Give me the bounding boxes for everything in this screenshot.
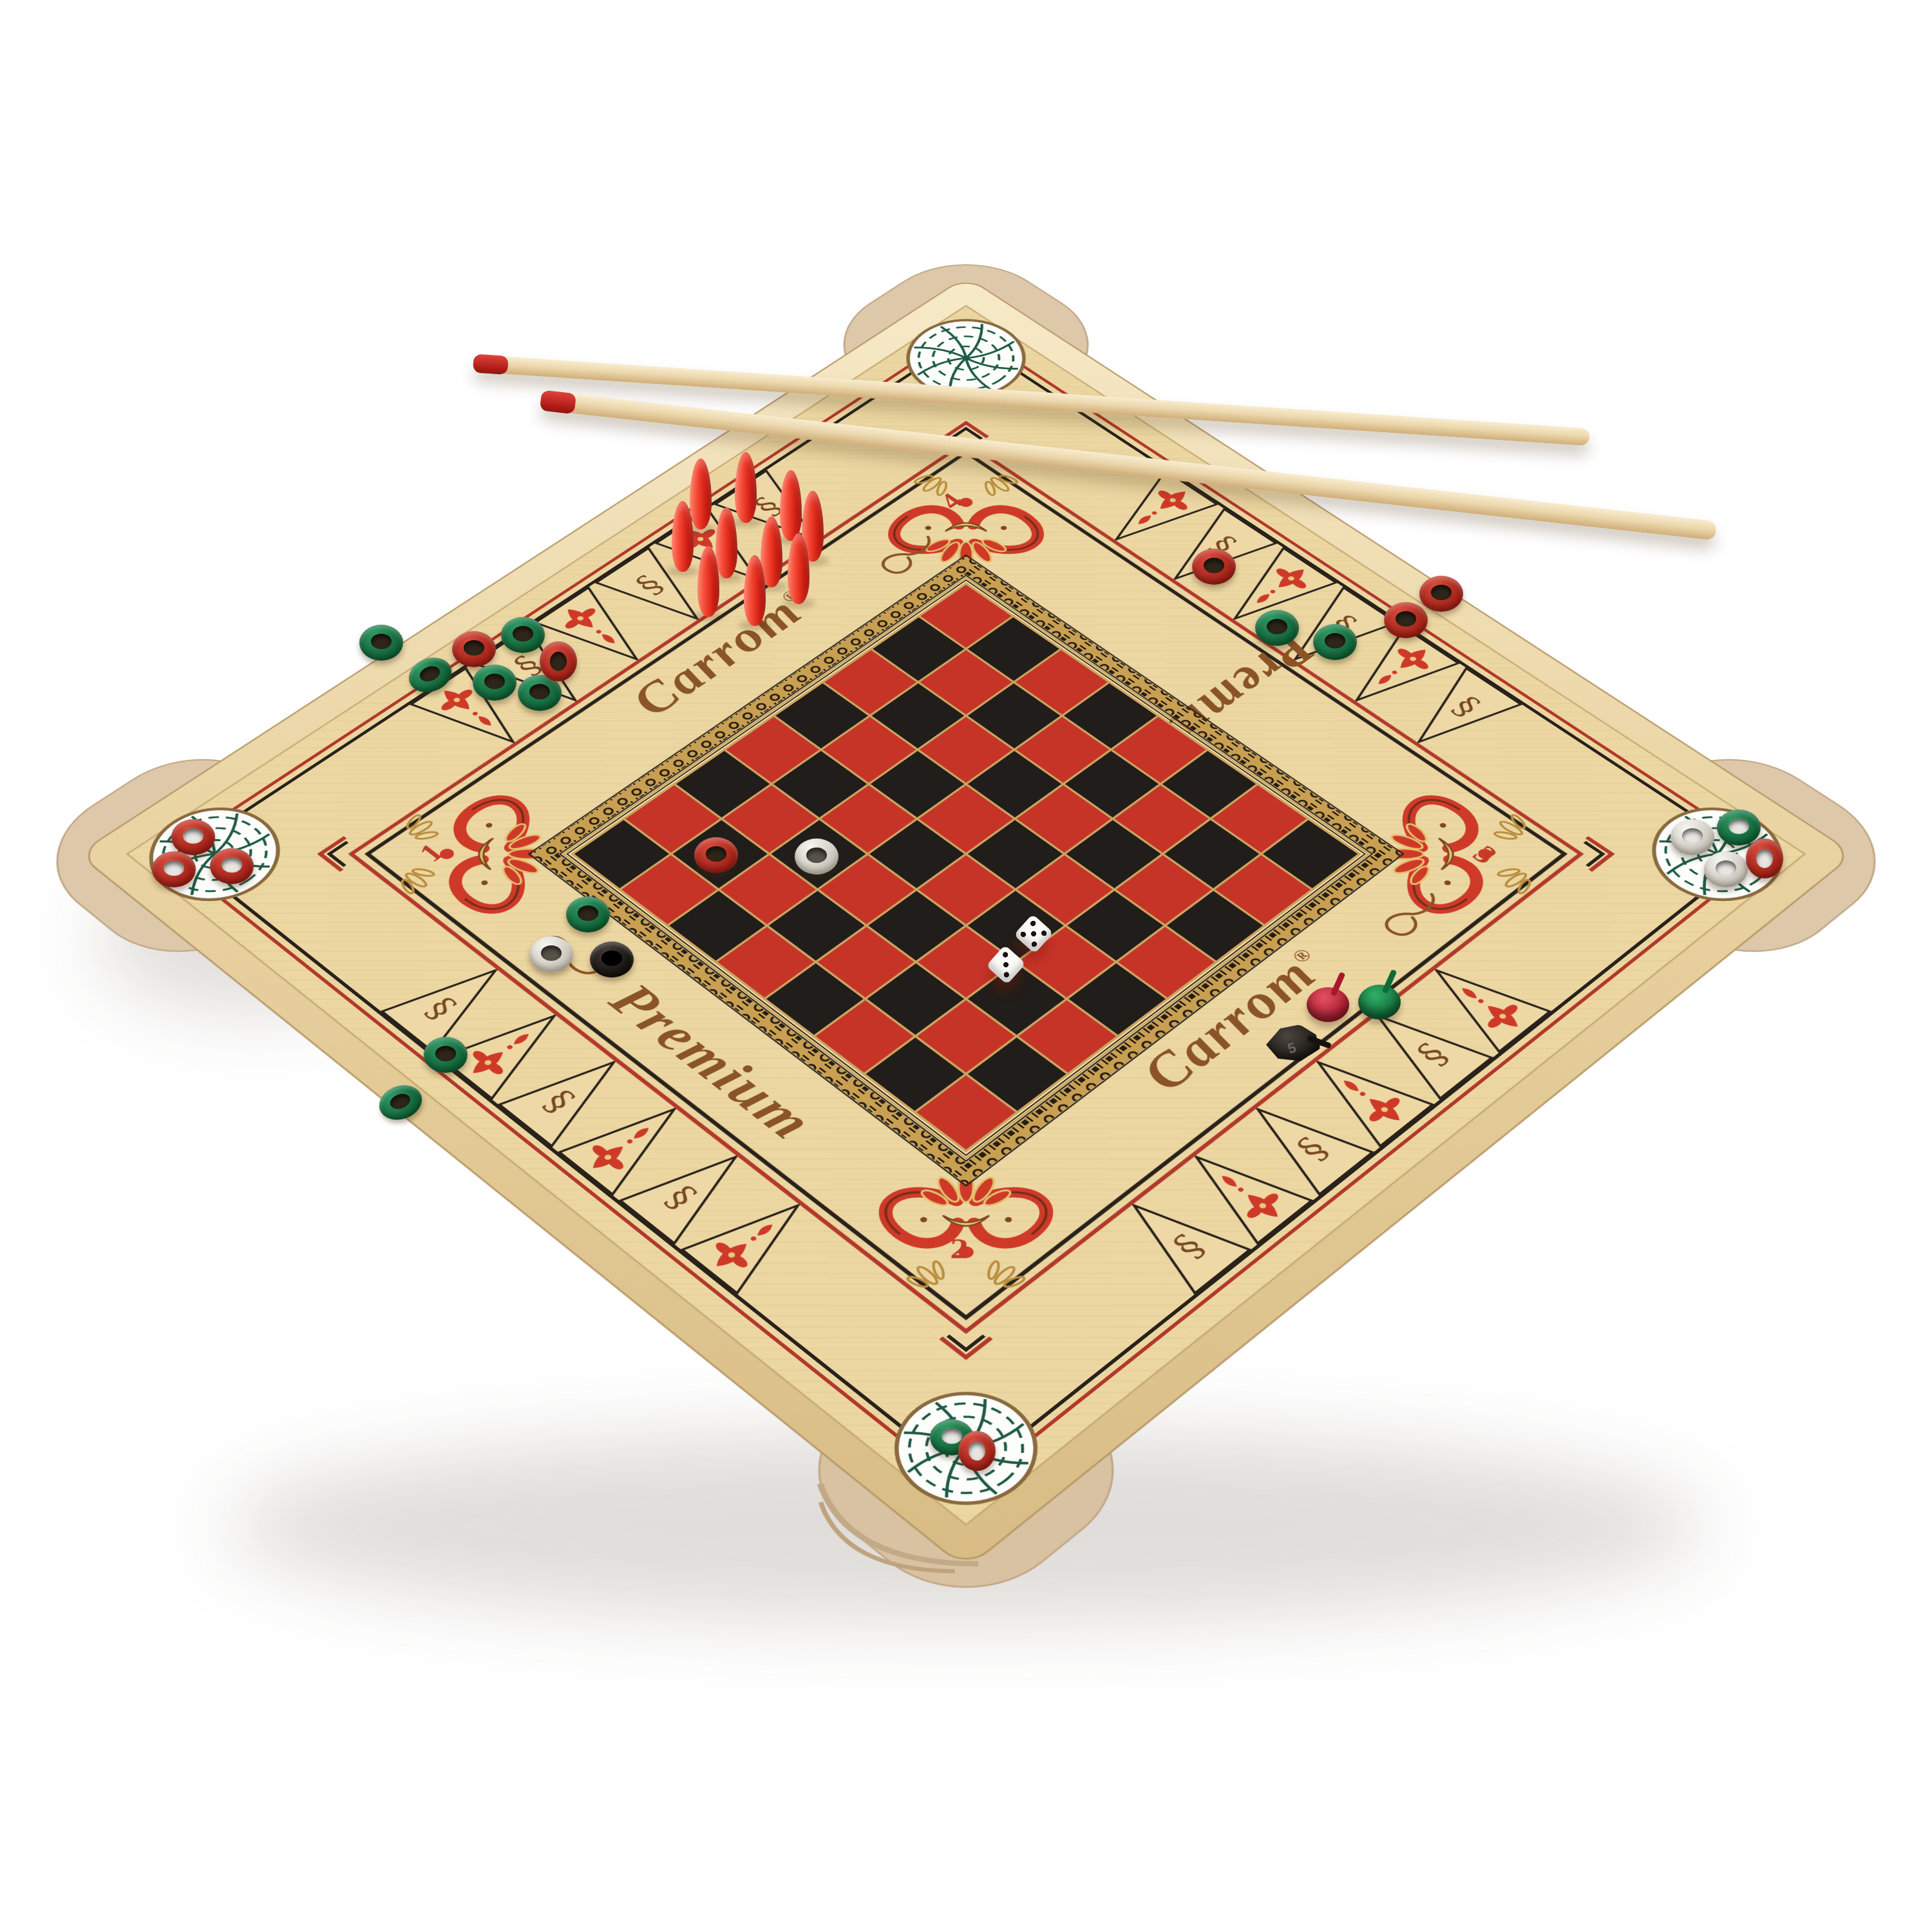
product-photo-canvas: § xyxy=(0,0,1932,1932)
carrom-board: § xyxy=(78,277,1854,1569)
board-scene: § xyxy=(0,0,1932,1932)
corner-number-2: 2 xyxy=(950,1233,969,1264)
